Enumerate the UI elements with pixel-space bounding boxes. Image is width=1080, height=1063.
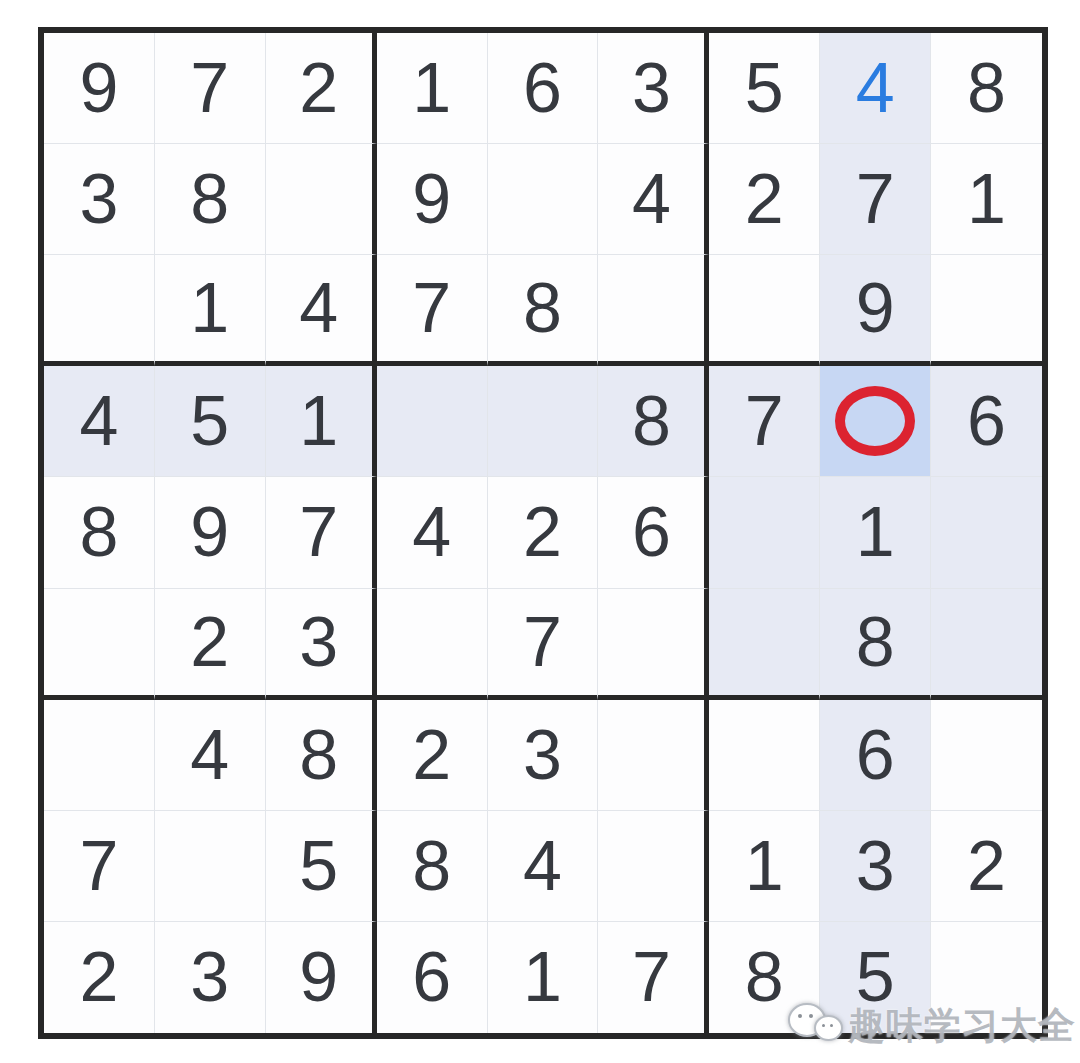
cell-r3c5[interactable]: 8 bbox=[488, 255, 599, 366]
cell-r1c2[interactable]: 7 bbox=[155, 33, 266, 144]
cell-r1c3[interactable]: 2 bbox=[266, 33, 377, 144]
cell-r5c3[interactable]: 7 bbox=[266, 477, 377, 588]
cell-r9c7[interactable]: 8 bbox=[709, 922, 820, 1033]
cell-r8c9[interactable]: 2 bbox=[931, 811, 1042, 922]
cell-r3c8[interactable]: 9 bbox=[820, 255, 931, 366]
cell-r7c5[interactable]: 3 bbox=[488, 700, 599, 811]
cell-r2c1[interactable]: 3 bbox=[44, 144, 155, 255]
cell-r6c7[interactable] bbox=[709, 589, 820, 700]
cell-r6c5[interactable]: 7 bbox=[488, 589, 599, 700]
cell-r7c6[interactable] bbox=[598, 700, 709, 811]
cell-r5c1[interactable]: 8 bbox=[44, 477, 155, 588]
cell-r1c9[interactable]: 8 bbox=[931, 33, 1042, 144]
cell-r3c2[interactable]: 1 bbox=[155, 255, 266, 366]
cell-r2c8[interactable]: 7 bbox=[820, 144, 931, 255]
cell-r9c8[interactable]: 5 bbox=[820, 922, 931, 1033]
cell-r2c2[interactable]: 8 bbox=[155, 144, 266, 255]
cell-r5c2[interactable]: 9 bbox=[155, 477, 266, 588]
cell-r9c6[interactable]: 7 bbox=[598, 922, 709, 1033]
cell-r6c9[interactable] bbox=[931, 589, 1042, 700]
cell-r5c7[interactable] bbox=[709, 477, 820, 588]
cell-r2c5[interactable] bbox=[488, 144, 599, 255]
cell-r1c6[interactable]: 3 bbox=[598, 33, 709, 144]
cell-r4c2[interactable]: 5 bbox=[155, 366, 266, 477]
cell-r2c3[interactable] bbox=[266, 144, 377, 255]
cell-r1c4[interactable]: 1 bbox=[377, 33, 488, 144]
cell-r7c3[interactable]: 8 bbox=[266, 700, 377, 811]
cell-r5c9[interactable] bbox=[931, 477, 1042, 588]
cell-r1c8[interactable]: 4 bbox=[820, 33, 931, 144]
cell-r9c3[interactable]: 9 bbox=[266, 922, 377, 1033]
cell-r4c6[interactable]: 8 bbox=[598, 366, 709, 477]
cell-r8c1[interactable]: 7 bbox=[44, 811, 155, 922]
cell-r4c9[interactable]: 6 bbox=[931, 366, 1042, 477]
cell-r3c6[interactable] bbox=[598, 255, 709, 366]
cell-r3c7[interactable] bbox=[709, 255, 820, 366]
cell-r1c5[interactable]: 6 bbox=[488, 33, 599, 144]
cell-r7c2[interactable]: 4 bbox=[155, 700, 266, 811]
cell-r8c3[interactable]: 5 bbox=[266, 811, 377, 922]
selected-cell-red-circle bbox=[835, 386, 915, 456]
cell-r3c3[interactable]: 4 bbox=[266, 255, 377, 366]
cell-r7c4[interactable]: 2 bbox=[377, 700, 488, 811]
cell-r4c5[interactable] bbox=[488, 366, 599, 477]
cell-r8c6[interactable] bbox=[598, 811, 709, 922]
cell-r7c8[interactable]: 6 bbox=[820, 700, 931, 811]
cell-r8c8[interactable]: 3 bbox=[820, 811, 931, 922]
cell-r7c7[interactable] bbox=[709, 700, 820, 811]
sudoku-board: 9721635483894271147894518768974261237848… bbox=[38, 27, 1048, 1039]
cell-r4c7[interactable]: 7 bbox=[709, 366, 820, 477]
cell-r9c1[interactable]: 2 bbox=[44, 922, 155, 1033]
cell-r9c9[interactable] bbox=[931, 922, 1042, 1033]
cell-r1c1[interactable]: 9 bbox=[44, 33, 155, 144]
cell-r6c6[interactable] bbox=[598, 589, 709, 700]
cell-r2c4[interactable]: 9 bbox=[377, 144, 488, 255]
cell-r9c2[interactable]: 3 bbox=[155, 922, 266, 1033]
cell-r2c6[interactable]: 4 bbox=[598, 144, 709, 255]
cell-r2c7[interactable]: 2 bbox=[709, 144, 820, 255]
cell-r2c9[interactable]: 1 bbox=[931, 144, 1042, 255]
cell-r7c1[interactable] bbox=[44, 700, 155, 811]
cell-r8c4[interactable]: 8 bbox=[377, 811, 488, 922]
cell-r6c4[interactable] bbox=[377, 589, 488, 700]
cell-r6c3[interactable]: 3 bbox=[266, 589, 377, 700]
cell-r8c7[interactable]: 1 bbox=[709, 811, 820, 922]
cell-r4c8[interactable] bbox=[820, 366, 931, 477]
cell-r8c5[interactable]: 4 bbox=[488, 811, 599, 922]
cell-r3c1[interactable] bbox=[44, 255, 155, 366]
cell-r1c7[interactable]: 5 bbox=[709, 33, 820, 144]
cell-r3c4[interactable]: 7 bbox=[377, 255, 488, 366]
cell-r4c4[interactable] bbox=[377, 366, 488, 477]
cell-r5c6[interactable]: 6 bbox=[598, 477, 709, 588]
cell-r7c9[interactable] bbox=[931, 700, 1042, 811]
cell-r5c5[interactable]: 2 bbox=[488, 477, 599, 588]
cell-r4c3[interactable]: 1 bbox=[266, 366, 377, 477]
cell-r6c2[interactable]: 2 bbox=[155, 589, 266, 700]
cell-r9c5[interactable]: 1 bbox=[488, 922, 599, 1033]
cell-r5c4[interactable]: 4 bbox=[377, 477, 488, 588]
cell-r6c1[interactable] bbox=[44, 589, 155, 700]
cell-r5c8[interactable]: 1 bbox=[820, 477, 931, 588]
cell-r8c2[interactable] bbox=[155, 811, 266, 922]
cell-r3c9[interactable] bbox=[931, 255, 1042, 366]
cell-r4c1[interactable]: 4 bbox=[44, 366, 155, 477]
cell-r9c4[interactable]: 6 bbox=[377, 922, 488, 1033]
cell-r6c8[interactable]: 8 bbox=[820, 589, 931, 700]
